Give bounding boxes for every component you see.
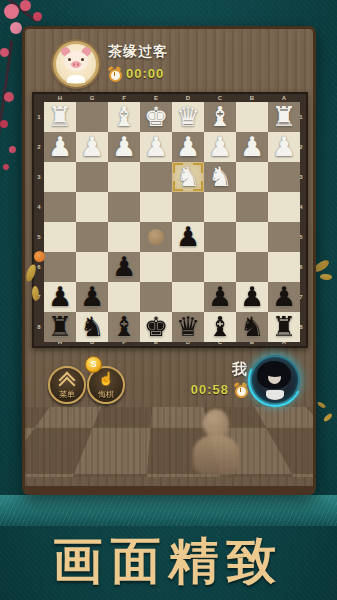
black-pawn-piece: ♟ — [76, 282, 108, 312]
alarm-clock-icon — [234, 383, 247, 396]
square-h2[interactable]: ♟ — [44, 132, 76, 162]
gold-leaf — [322, 413, 333, 423]
square-h1[interactable]: ♜ — [44, 102, 76, 132]
rank-labels-left: 12345678 — [34, 102, 44, 342]
file-label: A — [268, 94, 300, 102]
square-f5[interactable] — [108, 222, 140, 252]
square-g2[interactable]: ♟ — [76, 132, 108, 162]
file-label: C — [204, 94, 236, 102]
plum-blossom — [9, 146, 16, 153]
square-e4[interactable] — [140, 192, 172, 222]
white-pawn-piece: ♟ — [268, 132, 300, 162]
square-d4[interactable] — [172, 192, 204, 222]
square-g6[interactable] — [76, 252, 108, 282]
chess-board: HGFEDCBA HGFEDCBA 12345678 12345678 ♜♝♚♛… — [32, 92, 308, 348]
move-origin-dot — [148, 229, 164, 245]
square-h8[interactable]: ♜ — [44, 312, 76, 342]
black-rook-piece: ♜ — [44, 312, 76, 342]
cyan-timer-ring — [240, 345, 309, 414]
square-e1[interactable]: ♚ — [140, 102, 172, 132]
square-h5[interactable] — [44, 222, 76, 252]
square-e3[interactable] — [140, 162, 172, 192]
rank-label: 5 — [34, 222, 44, 252]
white-pawn-piece: ♟ — [140, 132, 172, 162]
white-bishop-piece: ♝ — [108, 102, 140, 132]
background-scene — [25, 407, 313, 477]
black-queen-piece: ♛ — [172, 312, 204, 342]
square-h4[interactable] — [44, 192, 76, 222]
square-b8[interactable]: ♞ — [236, 312, 268, 342]
square-b6[interactable] — [236, 252, 268, 282]
square-c4[interactable] — [204, 192, 236, 222]
square-g3[interactable] — [76, 162, 108, 192]
square-h3[interactable] — [44, 162, 76, 192]
white-knight-piece: ♞ — [204, 162, 236, 192]
white-pawn-piece: ♟ — [236, 132, 268, 162]
app-promo-screenshot: { "game": "chess", "position": { "fen": … — [0, 0, 337, 600]
file-label: E — [140, 94, 172, 102]
file-label: H — [44, 94, 76, 102]
square-f2[interactable]: ♟ — [108, 132, 140, 162]
square-g7[interactable]: ♟ — [76, 282, 108, 312]
square-c3[interactable]: ♞ — [204, 162, 236, 192]
last-move-corner-marker — [173, 163, 183, 173]
board-squares: ♜♝♚♛♝♜♟♟♟♟♟♟♟♟♞♞♟♟♟♟♟♟♟♜♞♝♚♛♝♞♜ — [44, 102, 300, 342]
square-a2[interactable]: ♟ — [268, 132, 300, 162]
square-c1[interactable]: ♝ — [204, 102, 236, 132]
black-pawn-piece: ♟ — [236, 282, 268, 312]
square-d8[interactable]: ♛ — [172, 312, 204, 342]
black-pawn-piece: ♟ — [172, 222, 204, 252]
last-move-corner-marker — [193, 181, 203, 191]
player-name: 我 — [232, 360, 247, 379]
last-move-corner-marker — [193, 163, 203, 173]
rank-label: 8 — [34, 312, 44, 342]
square-f4[interactable] — [108, 192, 140, 222]
plum-blossom — [3, 164, 9, 170]
menu-button[interactable]: 菜单 — [48, 366, 86, 404]
square-b2[interactable]: ♟ — [236, 132, 268, 162]
file-labels-top: HGFEDCBA — [44, 94, 300, 102]
black-pawn-piece: ♟ — [108, 252, 140, 282]
square-f1[interactable]: ♝ — [108, 102, 140, 132]
black-pawn-piece: ♟ — [268, 282, 300, 312]
hand-tap-icon: ☝ — [89, 372, 123, 386]
square-c7[interactable]: ♟ — [204, 282, 236, 312]
gold-leaf — [317, 401, 326, 410]
square-a7[interactable]: ♟ — [268, 282, 300, 312]
square-e5[interactable] — [140, 222, 172, 252]
file-label: B — [236, 94, 268, 102]
black-pawn-piece: ♟ — [204, 282, 236, 312]
square-f3[interactable] — [108, 162, 140, 192]
pig-avatar-face — [64, 51, 88, 71]
plum-blossom — [10, 22, 22, 34]
black-knight-piece: ♞ — [76, 312, 108, 342]
square-f6[interactable]: ♟ — [108, 252, 140, 282]
white-pawn-piece: ♟ — [204, 132, 236, 162]
black-pawn-piece: ♟ — [44, 282, 76, 312]
player-time: 00:58 — [191, 382, 229, 397]
square-b7[interactable]: ♟ — [236, 282, 268, 312]
square-e7[interactable] — [140, 282, 172, 312]
plum-blossom — [4, 92, 14, 102]
white-pawn-piece: ♟ — [76, 132, 108, 162]
black-bishop-piece: ♝ — [204, 312, 236, 342]
square-g1[interactable] — [76, 102, 108, 132]
plum-blossom — [0, 48, 9, 57]
plum-blossom — [20, 0, 31, 11]
rank-label: 4 — [34, 192, 44, 222]
file-label: F — [108, 94, 140, 102]
square-e2[interactable]: ♟ — [140, 132, 172, 162]
file-label: D — [172, 94, 204, 102]
plum-blossom — [4, 4, 19, 19]
white-queen-piece: ♛ — [172, 102, 204, 132]
teal-fabric-band — [0, 495, 337, 526]
square-e8[interactable]: ♚ — [140, 312, 172, 342]
square-a1[interactable]: ♜ — [268, 102, 300, 132]
white-pawn-piece: ♟ — [108, 132, 140, 162]
square-c5[interactable] — [204, 222, 236, 252]
game-screenshot-card: 茶缘过客 00:00 HGFEDCBA HGFEDCBA 12345678 12… — [22, 26, 316, 495]
white-rook-piece: ♜ — [44, 102, 76, 132]
white-rook-piece: ♜ — [268, 102, 300, 132]
pig-avatar-body — [67, 75, 85, 83]
square-a6[interactable] — [268, 252, 300, 282]
coin-icon: S — [85, 356, 102, 373]
square-a8[interactable]: ♜ — [268, 312, 300, 342]
square-c6[interactable] — [204, 252, 236, 282]
undo-button-label: 悔棋 — [89, 389, 123, 400]
square-c8[interactable]: ♝ — [204, 312, 236, 342]
square-a4[interactable] — [268, 192, 300, 222]
black-rook-piece: ♜ — [268, 312, 300, 342]
white-king-piece: ♚ — [140, 102, 172, 132]
square-g8[interactable]: ♞ — [76, 312, 108, 342]
opponent-panel: 茶缘过客 00:00 — [53, 41, 168, 87]
menu-button-label: 菜单 — [50, 389, 84, 400]
square-a3[interactable] — [268, 162, 300, 192]
square-h7[interactable]: ♟ — [44, 282, 76, 312]
square-d5[interactable]: ♟ — [172, 222, 204, 252]
square-d1[interactable]: ♛ — [172, 102, 204, 132]
berry-decoration — [34, 251, 45, 262]
black-king-piece: ♚ — [140, 312, 172, 342]
opponent-time: 00:00 — [126, 66, 164, 81]
square-c2[interactable]: ♟ — [204, 132, 236, 162]
player-bar: 菜单 ☝ 悔棋 S 我 00:58 — [25, 354, 313, 406]
square-b3[interactable] — [236, 162, 268, 192]
plum-blossom — [33, 12, 42, 21]
square-g5[interactable] — [76, 222, 108, 252]
square-h6[interactable] — [44, 252, 76, 282]
square-b1[interactable] — [236, 102, 268, 132]
square-g4[interactable] — [76, 192, 108, 222]
plum-blossom — [0, 120, 8, 128]
black-bishop-piece: ♝ — [108, 312, 140, 342]
rank-label: 2 — [34, 132, 44, 162]
player-avatar[interactable] — [250, 355, 300, 405]
opponent-avatar[interactable] — [53, 41, 99, 87]
last-move-corner-marker — [173, 181, 183, 191]
square-d2[interactable]: ♟ — [172, 132, 204, 162]
square-f7[interactable] — [108, 282, 140, 312]
square-d6[interactable] — [172, 252, 204, 282]
white-pawn-piece: ♟ — [44, 132, 76, 162]
promo-tagline: 画面精致 — [0, 528, 337, 595]
square-a5[interactable] — [268, 222, 300, 252]
white-pawn-piece: ♟ — [172, 132, 204, 162]
gold-leaf — [320, 273, 333, 281]
white-bishop-piece: ♝ — [204, 102, 236, 132]
square-d3[interactable]: ♞ — [172, 162, 204, 192]
background-pawn — [193, 409, 239, 477]
square-b5[interactable] — [236, 222, 268, 252]
square-f8[interactable]: ♝ — [108, 312, 140, 342]
square-d7[interactable] — [172, 282, 204, 312]
square-b4[interactable] — [236, 192, 268, 222]
file-label: G — [76, 94, 108, 102]
alarm-clock-icon — [108, 67, 121, 80]
rank-label: 1 — [34, 102, 44, 132]
opponent-name: 茶缘过客 — [108, 43, 168, 61]
black-knight-piece: ♞ — [236, 312, 268, 342]
rank-label: 3 — [34, 162, 44, 192]
square-e6[interactable] — [140, 252, 172, 282]
